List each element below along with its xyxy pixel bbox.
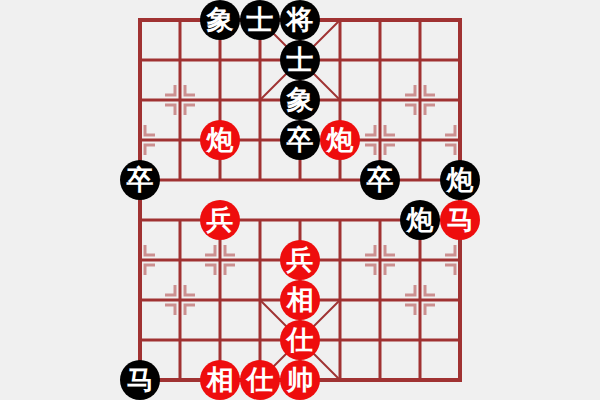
piece-glyph: 帅 (287, 366, 314, 393)
piece-black-soldier[interactable]: 卒 (360, 160, 400, 200)
board-point: 卒 (360, 160, 400, 200)
piece-glyph: 相 (287, 286, 314, 313)
board-point: 仕 (240, 360, 280, 400)
piece-red-cannon[interactable]: 炮 (320, 120, 360, 160)
piece-glyph: 马 (447, 206, 474, 233)
piece-black-soldier[interactable]: 卒 (280, 120, 320, 160)
pieces-layer: 象士将士象炮卒炮卒卒炮兵炮马兵相仕马相仕帅 (120, 0, 480, 400)
piece-red-horse[interactable]: 马 (440, 200, 480, 240)
piece-glyph: 卒 (287, 126, 314, 153)
board-point: 仕 (280, 320, 320, 360)
piece-glyph: 将 (287, 6, 314, 33)
board-point: 兵 (280, 240, 320, 280)
piece-black-cannon[interactable]: 炮 (440, 160, 480, 200)
xiangqi-board[interactable]: 象士将士象炮卒炮卒卒炮兵炮马兵相仕马相仕帅 (0, 0, 600, 400)
piece-red-soldier[interactable]: 兵 (200, 200, 240, 240)
board-point: 卒 (280, 120, 320, 160)
board-point: 将 (280, 0, 320, 40)
piece-glyph: 卒 (127, 166, 154, 193)
piece-glyph: 象 (207, 6, 234, 33)
board-point: 帅 (280, 360, 320, 400)
piece-glyph: 炮 (407, 206, 434, 233)
board-point: 卒 (120, 160, 160, 200)
piece-glyph: 相 (207, 366, 234, 393)
piece-glyph: 士 (247, 6, 274, 33)
board-point: 马 (440, 200, 480, 240)
piece-glyph: 兵 (207, 206, 234, 233)
board-point: 炮 (400, 200, 440, 240)
board-point: 象 (200, 0, 240, 40)
board-point: 相 (200, 360, 240, 400)
piece-black-elephant[interactable]: 象 (280, 80, 320, 120)
piece-black-advisor[interactable]: 士 (280, 40, 320, 80)
piece-glyph: 仕 (287, 326, 314, 353)
board-point: 兵 (200, 200, 240, 240)
piece-red-soldier[interactable]: 兵 (280, 240, 320, 280)
piece-glyph: 象 (287, 86, 314, 113)
piece-red-advisor[interactable]: 仕 (240, 360, 280, 400)
board-point: 炮 (320, 120, 360, 160)
piece-glyph: 卒 (367, 166, 394, 193)
piece-black-soldier[interactable]: 卒 (120, 160, 160, 200)
piece-red-elephant[interactable]: 相 (200, 360, 240, 400)
piece-red-cannon[interactable]: 炮 (200, 120, 240, 160)
piece-glyph: 士 (287, 46, 314, 73)
piece-black-elephant[interactable]: 象 (200, 0, 240, 40)
piece-red-elephant[interactable]: 相 (280, 280, 320, 320)
piece-black-horse[interactable]: 马 (120, 360, 160, 400)
board-point: 马 (120, 360, 160, 400)
piece-glyph: 炮 (327, 126, 354, 153)
piece-glyph: 马 (127, 366, 154, 393)
board-point: 炮 (440, 160, 480, 200)
board-point: 象 (280, 80, 320, 120)
board-point: 士 (240, 0, 280, 40)
board-point: 士 (280, 40, 320, 80)
piece-black-cannon[interactable]: 炮 (400, 200, 440, 240)
piece-glyph: 仕 (247, 366, 274, 393)
board-point: 炮 (200, 120, 240, 160)
piece-red-general[interactable]: 帅 (280, 360, 320, 400)
board-point: 相 (280, 280, 320, 320)
piece-black-advisor[interactable]: 士 (240, 0, 280, 40)
piece-glyph: 炮 (207, 126, 234, 153)
piece-black-general[interactable]: 将 (280, 0, 320, 40)
piece-glyph: 炮 (447, 166, 474, 193)
piece-red-advisor[interactable]: 仕 (280, 320, 320, 360)
piece-glyph: 兵 (287, 246, 314, 273)
